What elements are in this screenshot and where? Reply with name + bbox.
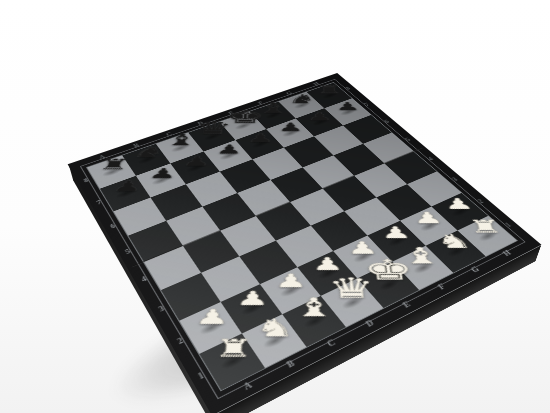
rook-glyph: ♜ bbox=[91, 157, 135, 171]
pawn-glyph: ♟ bbox=[140, 166, 183, 180]
board-surface: AABBCCDDEEFFGGHH1122334455667788 ♜♞♝♛♚♝♞… bbox=[68, 73, 542, 413]
pawn-glyph: ♟ bbox=[175, 154, 216, 167]
chessboard: AABBCCDDEEFFGGHH1122334455667788 ♜♞♝♛♚♝♞… bbox=[68, 73, 542, 413]
product-photo-stage: AABBCCDDEEFFGGHH1122334455667788 ♜♞♝♛♚♝♞… bbox=[0, 0, 550, 413]
rank-label-8: 8 bbox=[78, 176, 94, 186]
chessboard-scene: AABBCCDDEEFFGGHH1122334455667788 ♜♞♝♛♚♝♞… bbox=[0, 0, 550, 413]
rank-label-6: 6 bbox=[104, 221, 122, 233]
pawn-glyph: ♟ bbox=[104, 179, 149, 193]
rank-label-5: 5 bbox=[119, 246, 137, 258]
